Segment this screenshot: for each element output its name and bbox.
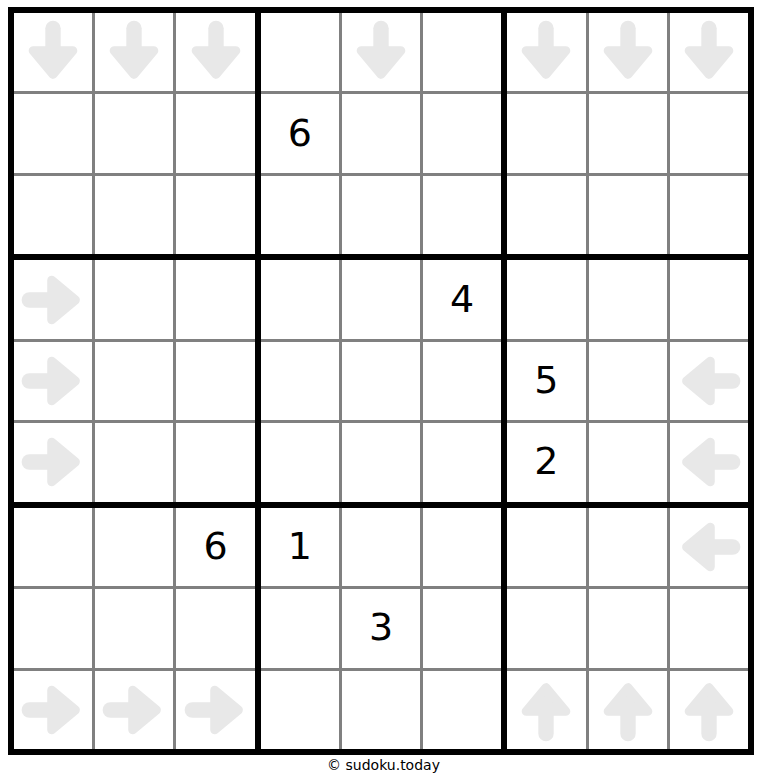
cell-r9c8[interactable] (589, 671, 667, 749)
cell-r7c1[interactable] (14, 508, 92, 586)
copyright-text: © sudoku.today (0, 757, 767, 773)
arrow-right-icon (21, 430, 85, 494)
box-2: 6 (261, 13, 502, 254)
box-4 (14, 260, 255, 501)
cell-r1c5[interactable] (342, 13, 420, 91)
arrow-down-icon (184, 20, 248, 84)
box-3 (507, 13, 748, 254)
arrow-left-icon (677, 515, 741, 579)
cell-r2c2[interactable] (95, 94, 173, 172)
arrow-down-icon (102, 20, 166, 84)
box-6: 52 (507, 260, 748, 501)
given-digit: 4 (450, 280, 474, 318)
cell-r5c8[interactable] (589, 342, 667, 420)
given-digit: 2 (534, 442, 558, 480)
cell-r2c7[interactable] (507, 94, 585, 172)
box-7: 6 (14, 508, 255, 749)
cell-r4c3[interactable] (176, 260, 254, 338)
cell-r9c1[interactable] (14, 671, 92, 749)
cell-r3c2[interactable] (95, 176, 173, 254)
arrow-up-icon (514, 678, 578, 742)
box-1 (14, 13, 255, 254)
arrow-right-icon (21, 268, 85, 332)
cell-r2c1[interactable] (14, 94, 92, 172)
cell-r5c5[interactable] (342, 342, 420, 420)
cell-r6c1[interactable] (14, 423, 92, 501)
arrow-right-icon (102, 678, 166, 742)
cell-r8c7[interactable] (507, 589, 585, 667)
given-digit: 6 (203, 527, 227, 565)
cell-r8c8[interactable] (589, 589, 667, 667)
sudoku-board: 6452613 (8, 7, 754, 755)
arrow-down-icon (514, 20, 578, 84)
cell-r5c6[interactable] (423, 342, 501, 420)
cell-r6c6[interactable] (423, 423, 501, 501)
cell-r6c9[interactable] (670, 423, 748, 501)
arrow-right-icon (21, 349, 85, 413)
cell-r7c6[interactable] (423, 508, 501, 586)
cell-r3c1[interactable] (14, 176, 92, 254)
arrow-down-icon (596, 20, 660, 84)
cell-r5c3[interactable] (176, 342, 254, 420)
page: 6452613 © sudoku.today (0, 0, 767, 777)
cell-r8c4[interactable] (261, 589, 339, 667)
cell-r5c4[interactable] (261, 342, 339, 420)
cell-r9c4[interactable] (261, 671, 339, 749)
cell-r4c2[interactable] (95, 260, 173, 338)
cell-r9c7[interactable] (507, 671, 585, 749)
cell-r6c7[interactable]: 2 (507, 423, 585, 501)
cell-r7c9[interactable] (670, 508, 748, 586)
cell-r2c8[interactable] (589, 94, 667, 172)
cell-r1c7[interactable] (507, 13, 585, 91)
cell-r2c6[interactable] (423, 94, 501, 172)
cell-r6c5[interactable] (342, 423, 420, 501)
cell-r8c5[interactable]: 3 (342, 589, 420, 667)
cell-r2c5[interactable] (342, 94, 420, 172)
cell-r3c4[interactable] (261, 176, 339, 254)
arrow-up-icon (677, 678, 741, 742)
given-digit: 6 (288, 114, 312, 152)
cell-r9c5[interactable] (342, 671, 420, 749)
cell-r2c9[interactable] (670, 94, 748, 172)
cell-r8c9[interactable] (670, 589, 748, 667)
cell-r4c7[interactable] (507, 260, 585, 338)
cell-r2c3[interactable] (176, 94, 254, 172)
box-9 (507, 508, 748, 749)
arrow-up-icon (596, 678, 660, 742)
cell-r5c9[interactable] (670, 342, 748, 420)
cell-r6c4[interactable] (261, 423, 339, 501)
arrow-down-icon (349, 20, 413, 84)
cell-r8c3[interactable] (176, 589, 254, 667)
arrow-down-icon (677, 20, 741, 84)
cell-r9c9[interactable] (670, 671, 748, 749)
cell-r3c3[interactable] (176, 176, 254, 254)
cell-r5c2[interactable] (95, 342, 173, 420)
cell-r7c2[interactable] (95, 508, 173, 586)
cell-r1c1[interactable] (14, 13, 92, 91)
box-8: 13 (261, 508, 502, 749)
arrow-left-icon (677, 349, 741, 413)
cell-r4c4[interactable] (261, 260, 339, 338)
cell-r1c4[interactable] (261, 13, 339, 91)
cell-r7c3[interactable]: 6 (176, 508, 254, 586)
cell-r9c3[interactable] (176, 671, 254, 749)
cell-r4c8[interactable] (589, 260, 667, 338)
cell-r3c6[interactable] (423, 176, 501, 254)
cell-r1c2[interactable] (95, 13, 173, 91)
cell-r4c6[interactable]: 4 (423, 260, 501, 338)
cell-r5c7[interactable]: 5 (507, 342, 585, 420)
given-digit: 3 (369, 608, 393, 646)
cell-r4c5[interactable] (342, 260, 420, 338)
cell-r9c2[interactable] (95, 671, 173, 749)
given-digit: 5 (534, 361, 558, 399)
cell-r1c8[interactable] (589, 13, 667, 91)
cell-r5c1[interactable] (14, 342, 92, 420)
cell-r8c2[interactable] (95, 589, 173, 667)
cell-r8c6[interactable] (423, 589, 501, 667)
cell-r6c8[interactable] (589, 423, 667, 501)
cell-r9c6[interactable] (423, 671, 501, 749)
arrow-down-icon (21, 20, 85, 84)
cell-r1c9[interactable] (670, 13, 748, 91)
cell-r7c5[interactable] (342, 508, 420, 586)
cell-r3c9[interactable] (670, 176, 748, 254)
cell-r2c4[interactable]: 6 (261, 94, 339, 172)
cell-r3c8[interactable] (589, 176, 667, 254)
cell-r3c7[interactable] (507, 176, 585, 254)
box-5: 4 (261, 260, 502, 501)
arrow-right-icon (184, 678, 248, 742)
cell-r4c9[interactable] (670, 260, 748, 338)
arrow-right-icon (21, 678, 85, 742)
cell-r4c1[interactable] (14, 260, 92, 338)
cell-r1c6[interactable] (423, 13, 501, 91)
cell-r7c7[interactable] (507, 508, 585, 586)
cell-r7c8[interactable] (589, 508, 667, 586)
cell-r6c2[interactable] (95, 423, 173, 501)
cell-r8c1[interactable] (14, 589, 92, 667)
cell-r7c4[interactable]: 1 (261, 508, 339, 586)
cell-r3c5[interactable] (342, 176, 420, 254)
given-digit: 1 (288, 527, 312, 565)
cell-r6c3[interactable] (176, 423, 254, 501)
cell-r1c3[interactable] (176, 13, 254, 91)
arrow-left-icon (677, 430, 741, 494)
